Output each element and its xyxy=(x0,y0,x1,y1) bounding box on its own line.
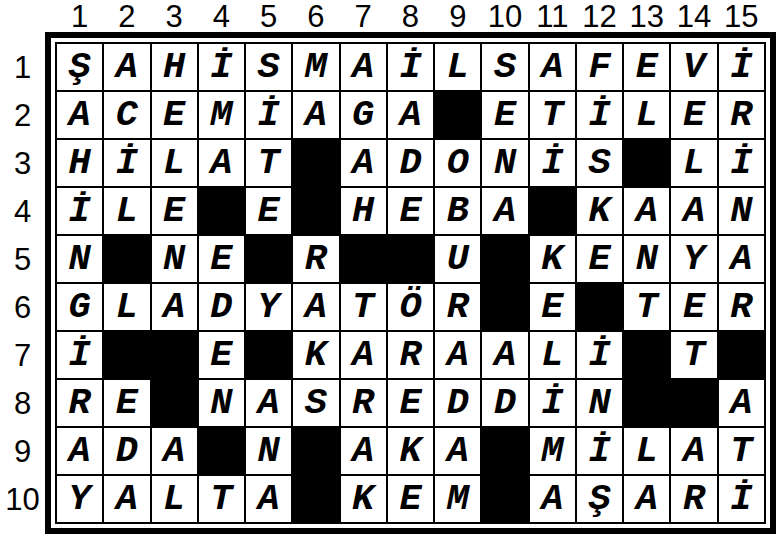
letter-cell: Ö xyxy=(388,284,433,330)
black-cell xyxy=(624,140,669,186)
letter-cell: R xyxy=(388,332,433,378)
column-label: 8 xyxy=(402,1,419,32)
black-cell xyxy=(293,140,338,186)
column-label: 10 xyxy=(488,1,522,32)
letter-cell: A xyxy=(104,44,149,90)
letter-cell: E xyxy=(530,284,575,330)
black-cell xyxy=(199,428,244,474)
letter-cell: H xyxy=(341,188,386,234)
letter-cell: A xyxy=(435,428,480,474)
crossword-board: ŞAHİSMAİLSAFEVİACEMİAGAETİLERHİLATADONİS… xyxy=(45,32,776,534)
letter-cell: İ xyxy=(577,428,622,474)
letter-cell: M xyxy=(530,428,575,474)
letter-cell: K xyxy=(388,428,433,474)
black-cell xyxy=(293,476,338,522)
corner-spacer xyxy=(0,0,45,32)
letter-cell: A xyxy=(482,332,527,378)
letter-cell: E xyxy=(199,332,244,378)
black-cell xyxy=(104,236,149,282)
letter-cell: S xyxy=(482,44,527,90)
letter-cell: C xyxy=(104,92,149,138)
letter-cell: İ xyxy=(57,332,102,378)
letter-cell: A xyxy=(104,476,149,522)
letter-cell: B xyxy=(435,188,480,234)
letter-cell: T xyxy=(624,284,669,330)
black-cell xyxy=(152,380,197,426)
row-label: 5 xyxy=(14,244,31,275)
letter-cell: N xyxy=(199,380,244,426)
letter-cell: Ş xyxy=(577,476,622,522)
letter-cell: N xyxy=(719,188,764,234)
letter-cell: L xyxy=(152,140,197,186)
letter-cell: A xyxy=(530,44,575,90)
letter-cell: İ xyxy=(57,188,102,234)
black-cell xyxy=(435,92,480,138)
letter-cell: İ xyxy=(719,44,764,90)
column-label: 11 xyxy=(536,1,568,32)
letter-cell: D xyxy=(435,380,480,426)
black-cell xyxy=(482,284,527,330)
letter-cell: İ xyxy=(199,44,244,90)
letter-cell: L xyxy=(104,188,149,234)
letter-cell: İ xyxy=(530,140,575,186)
letter-cell: A xyxy=(624,476,669,522)
black-cell xyxy=(719,332,764,378)
letter-cell: A xyxy=(624,188,669,234)
black-cell xyxy=(388,236,433,282)
letter-cell: A xyxy=(57,92,102,138)
row-label: 7 xyxy=(14,340,31,371)
letter-cell: K xyxy=(577,188,622,234)
column-label: 6 xyxy=(307,1,324,32)
column-label: 5 xyxy=(260,1,277,32)
black-cell xyxy=(199,188,244,234)
black-cell xyxy=(341,236,386,282)
letter-cell: E xyxy=(152,188,197,234)
letter-cell: İ xyxy=(530,380,575,426)
letter-cell: İ xyxy=(104,140,149,186)
letter-cell: A xyxy=(152,284,197,330)
letter-cell: D xyxy=(199,284,244,330)
letter-cell: M xyxy=(435,476,480,522)
letter-cell: Y xyxy=(671,236,716,282)
column-label: 12 xyxy=(582,1,616,32)
letter-cell: L xyxy=(435,44,480,90)
black-cell xyxy=(482,476,527,522)
letter-cell: K xyxy=(341,476,386,522)
letter-cell: R xyxy=(57,380,102,426)
letter-cell: E xyxy=(104,380,149,426)
crossword-grid: ŞAHİSMAİLSAFEVİACEMİAGAETİLERHİLATADONİS… xyxy=(55,42,766,524)
letter-cell: R xyxy=(719,284,764,330)
letter-cell: A xyxy=(152,428,197,474)
black-cell xyxy=(482,428,527,474)
letter-cell: A xyxy=(341,428,386,474)
column-label: 2 xyxy=(118,1,135,32)
letter-cell: L xyxy=(624,428,669,474)
letter-cell: İ xyxy=(388,44,433,90)
letter-cell: K xyxy=(293,332,338,378)
row-label: 9 xyxy=(14,436,31,467)
black-cell xyxy=(246,236,291,282)
letter-cell: R xyxy=(671,476,716,522)
column-label: 15 xyxy=(724,1,758,32)
letter-cell: T xyxy=(199,476,244,522)
letter-cell: N xyxy=(482,140,527,186)
letter-cell: Ş xyxy=(57,44,102,90)
letter-cell: A xyxy=(341,44,386,90)
column-label: 9 xyxy=(449,1,466,32)
crossword-page: 123456789101112131415 12345678910 ŞAHİSM… xyxy=(0,0,780,538)
letter-cell: S xyxy=(246,44,291,90)
letter-cell: M xyxy=(199,92,244,138)
letter-cell: S xyxy=(577,140,622,186)
letter-cell: A xyxy=(246,476,291,522)
column-label: 7 xyxy=(355,1,372,32)
letter-cell: E xyxy=(482,92,527,138)
letter-cell: E xyxy=(671,92,716,138)
letter-cell: R xyxy=(293,236,338,282)
letter-cell: A xyxy=(293,284,338,330)
row-label: 3 xyxy=(14,148,31,179)
letter-cell: Y xyxy=(246,284,291,330)
letter-cell: E xyxy=(388,188,433,234)
black-cell xyxy=(577,284,622,330)
letter-cell: T xyxy=(719,428,764,474)
letter-cell: D xyxy=(388,140,433,186)
column-headers: 123456789101112131415 xyxy=(45,0,776,32)
letter-cell: N xyxy=(624,236,669,282)
letter-cell: A xyxy=(482,188,527,234)
letter-cell: A xyxy=(246,380,291,426)
letter-cell: T xyxy=(530,92,575,138)
letter-cell: G xyxy=(57,284,102,330)
black-cell xyxy=(246,332,291,378)
black-cell xyxy=(152,332,197,378)
letter-cell: İ xyxy=(719,476,764,522)
black-cell xyxy=(530,188,575,234)
letter-cell: T xyxy=(671,332,716,378)
letter-cell: E xyxy=(152,92,197,138)
letter-cell: İ xyxy=(577,332,622,378)
row-label: 4 xyxy=(14,196,31,227)
letter-cell: S xyxy=(293,380,338,426)
row-label: 1 xyxy=(14,52,31,83)
letter-cell: L xyxy=(152,476,197,522)
letter-cell: N xyxy=(246,428,291,474)
letter-cell: D xyxy=(104,428,149,474)
letter-cell: İ xyxy=(246,92,291,138)
letter-cell: L xyxy=(530,332,575,378)
letter-cell: A xyxy=(719,236,764,282)
letter-cell: A xyxy=(57,428,102,474)
letter-cell: E xyxy=(624,44,669,90)
letter-cell: K xyxy=(530,236,575,282)
letter-cell: E xyxy=(199,236,244,282)
letter-cell: A xyxy=(435,332,480,378)
row-label: 8 xyxy=(14,388,31,419)
letter-cell: R xyxy=(435,284,480,330)
letter-cell: A xyxy=(671,428,716,474)
letter-cell: N xyxy=(577,380,622,426)
black-cell xyxy=(482,236,527,282)
letter-cell: A xyxy=(341,332,386,378)
letter-cell: D xyxy=(482,380,527,426)
letter-cell: Y xyxy=(57,476,102,522)
black-cell xyxy=(624,332,669,378)
letter-cell: E xyxy=(671,284,716,330)
letter-cell: İ xyxy=(719,140,764,186)
row-label: 2 xyxy=(14,100,31,131)
letter-cell: A xyxy=(530,476,575,522)
letter-cell: M xyxy=(293,44,338,90)
letter-cell: A xyxy=(388,92,433,138)
letter-cell: E xyxy=(577,236,622,282)
letter-cell: H xyxy=(152,44,197,90)
column-label: 14 xyxy=(677,1,711,32)
letter-cell: U xyxy=(435,236,480,282)
letter-cell: H xyxy=(57,140,102,186)
row-label: 6 xyxy=(14,292,31,323)
letter-cell: A xyxy=(341,140,386,186)
letter-cell: N xyxy=(152,236,197,282)
column-label: 4 xyxy=(213,1,230,32)
letter-cell: A xyxy=(199,140,244,186)
black-cell xyxy=(104,332,149,378)
letter-cell: A xyxy=(293,92,338,138)
black-cell xyxy=(293,428,338,474)
black-cell xyxy=(671,380,716,426)
row-headers: 12345678910 xyxy=(0,32,45,534)
letter-cell: A xyxy=(719,380,764,426)
black-cell xyxy=(624,380,669,426)
letter-cell: T xyxy=(246,140,291,186)
letter-cell: V xyxy=(671,44,716,90)
letter-cell: R xyxy=(719,92,764,138)
column-label: 13 xyxy=(630,1,664,32)
letter-cell: L xyxy=(671,140,716,186)
letter-cell: A xyxy=(671,188,716,234)
column-label: 3 xyxy=(166,1,183,32)
row-label: 10 xyxy=(5,484,39,515)
letter-cell: İ xyxy=(577,92,622,138)
letter-cell: L xyxy=(104,284,149,330)
column-label: 1 xyxy=(71,1,88,32)
letter-cell: F xyxy=(577,44,622,90)
letter-cell: G xyxy=(341,92,386,138)
letter-cell: E xyxy=(388,380,433,426)
letter-cell: O xyxy=(435,140,480,186)
black-cell xyxy=(293,188,338,234)
letter-cell: T xyxy=(341,284,386,330)
letter-cell: E xyxy=(246,188,291,234)
letter-cell: R xyxy=(341,380,386,426)
letter-cell: E xyxy=(388,476,433,522)
letter-cell: N xyxy=(57,236,102,282)
letter-cell: L xyxy=(624,92,669,138)
